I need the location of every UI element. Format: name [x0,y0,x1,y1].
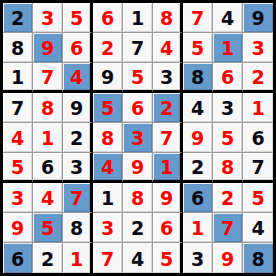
cell-digit: 7 [251,158,264,177]
cell-digit: 3 [191,250,204,269]
cell-digit: 4 [70,68,83,87]
cell-r8c7[interactable]: 1 [183,213,213,243]
cell-r8c8[interactable]: 7 [213,213,243,243]
cell-r9c7[interactable]: 3 [183,243,213,273]
cell-r5c1[interactable]: 4 [3,123,33,153]
cell-r5c8[interactable]: 5 [213,123,243,153]
cell-digit: 8 [11,39,24,58]
cell-digit: 3 [160,68,173,87]
cell-digit: 5 [221,129,234,148]
sudoku-board: 2356187498962745131749538627895624314128… [0,0,276,276]
cell-digit: 9 [221,250,234,269]
cell-r5c6[interactable]: 7 [153,123,183,153]
cell-digit: 2 [41,250,54,269]
cell-digit: 9 [41,39,54,58]
cell-digit: 6 [70,39,83,58]
cell-digit: 1 [191,219,204,238]
cell-r1c8[interactable]: 4 [213,3,243,33]
cell-digit: 5 [101,99,114,118]
cell-r3c9[interactable]: 2 [243,63,273,93]
cell-digit: 3 [131,129,144,148]
cell-r6c7[interactable]: 2 [183,153,213,183]
cell-r3c3[interactable]: 4 [63,63,93,93]
cell-r4c5[interactable]: 6 [123,93,153,123]
cell-digit: 2 [191,158,204,177]
cell-digit: 7 [131,39,144,58]
cell-r3c8[interactable]: 6 [213,63,243,93]
cell-r1c1[interactable]: 2 [3,3,33,33]
cell-digit: 1 [101,189,114,208]
cell-r8c9[interactable]: 4 [243,213,273,243]
cell-digit: 4 [131,250,144,269]
cell-digit: 4 [221,9,234,28]
cell-digit: 3 [41,9,54,28]
cell-digit: 1 [70,250,83,269]
cell-r8c4[interactable]: 3 [93,213,123,243]
cell-r5c3[interactable]: 2 [63,123,93,153]
cell-r5c9[interactable]: 6 [243,123,273,153]
cell-r7c8[interactable]: 2 [213,183,243,213]
cell-r9c6[interactable]: 5 [153,243,183,273]
cell-r6c9[interactable]: 7 [243,153,273,183]
cell-r4c7[interactable]: 4 [183,93,213,123]
cell-r8c5[interactable]: 2 [123,213,153,243]
cell-digit: 8 [131,189,144,208]
cell-r6c6[interactable]: 1 [153,153,183,183]
cell-digit: 2 [131,219,144,238]
cell-digit: 1 [11,68,24,87]
cell-digit: 1 [131,9,144,28]
cell-digit: 2 [160,99,173,118]
cell-r6c4[interactable]: 4 [93,153,123,183]
cell-digit: 3 [251,39,264,58]
cell-digit: 4 [160,39,173,58]
cell-r7c7[interactable]: 6 [183,183,213,213]
cell-r9c8[interactable]: 9 [213,243,243,273]
cell-r1c5[interactable]: 1 [123,3,153,33]
cell-r3c2[interactable]: 7 [33,63,63,93]
cell-digit: 4 [11,129,24,148]
cell-digit: 9 [191,129,204,148]
cell-r4c2[interactable]: 8 [33,93,63,123]
cell-digit: 7 [41,68,54,87]
cell-digit: 8 [70,219,83,238]
cell-digit: 3 [221,99,234,118]
cell-digit: 4 [191,99,204,118]
cell-digit: 8 [101,129,114,148]
cell-digit: 2 [101,39,114,58]
cell-r2c3[interactable]: 6 [63,33,93,63]
cell-digit: 6 [191,189,204,208]
cell-digit: 7 [101,250,114,269]
cell-r7c6[interactable]: 9 [153,183,183,213]
cell-r7c1[interactable]: 3 [3,183,33,213]
cell-r9c2[interactable]: 2 [33,243,63,273]
cell-r1c6[interactable]: 8 [153,3,183,33]
cell-r2c8[interactable]: 1 [213,33,243,63]
cell-digit: 6 [131,99,144,118]
cell-digit: 8 [251,250,264,269]
cell-digit: 5 [11,158,24,177]
cell-digit: 5 [70,9,83,28]
cell-r3c1[interactable]: 1 [3,63,33,93]
cell-digit: 5 [251,189,264,208]
cell-digit: 7 [70,189,83,208]
cell-r6c5[interactable]: 9 [123,153,153,183]
cell-digit: 6 [11,250,24,269]
cell-digit: 3 [101,219,114,238]
cell-digit: 3 [70,158,83,177]
cell-r6c2[interactable]: 6 [33,153,63,183]
cell-digit: 9 [251,9,264,28]
cell-r2c5[interactable]: 7 [123,33,153,63]
cell-digit: 8 [41,99,54,118]
cell-r7c4[interactable]: 1 [93,183,123,213]
cell-r4c4[interactable]: 5 [93,93,123,123]
cell-r9c5[interactable]: 4 [123,243,153,273]
cell-r5c5[interactable]: 3 [123,123,153,153]
cell-r1c3[interactable]: 5 [63,3,93,33]
cell-r7c3[interactable]: 7 [63,183,93,213]
cell-r1c9[interactable]: 9 [243,3,273,33]
cell-digit: 2 [70,129,83,148]
cell-digit: 7 [160,129,173,148]
cell-r8c6[interactable]: 6 [153,213,183,243]
cell-r2c9[interactable]: 3 [243,33,273,63]
cell-r4c6[interactable]: 2 [153,93,183,123]
cell-r8c3[interactable]: 8 [63,213,93,243]
cell-digit: 5 [160,250,173,269]
cell-r6c1[interactable]: 5 [3,153,33,183]
cell-r7c9[interactable]: 5 [243,183,273,213]
cell-digit: 6 [41,158,54,177]
cell-digit: 7 [191,9,204,28]
cell-r7c5[interactable]: 8 [123,183,153,213]
cell-digit: 8 [160,9,173,28]
cell-r3c7[interactable]: 8 [183,63,213,93]
cell-r1c4[interactable]: 6 [93,3,123,33]
cell-r3c5[interactable]: 5 [123,63,153,93]
cell-digit: 5 [41,219,54,238]
cell-digit: 2 [251,68,264,87]
cell-digit: 5 [131,68,144,87]
cell-digit: 7 [221,219,234,238]
cell-digit: 9 [160,189,173,208]
cell-r8c1[interactable]: 9 [3,213,33,243]
cell-r6c3[interactable]: 3 [63,153,93,183]
cell-digit: 9 [11,219,24,238]
cell-r4c8[interactable]: 3 [213,93,243,123]
cell-digit: 5 [191,39,204,58]
cell-digit: 4 [41,189,54,208]
cell-r3c4[interactable]: 9 [93,63,123,93]
cell-digit: 9 [131,158,144,177]
cell-digit: 8 [221,158,234,177]
cell-digit: 8 [191,68,204,87]
cell-r2c6[interactable]: 4 [153,33,183,63]
cell-r1c2[interactable]: 3 [33,3,63,33]
cell-r2c2[interactable]: 9 [33,33,63,63]
cell-r7c2[interactable]: 4 [33,183,63,213]
cell-digit: 6 [221,68,234,87]
cell-r1c7[interactable]: 7 [183,3,213,33]
cell-digit: 4 [101,158,114,177]
cell-r9c1[interactable]: 6 [3,243,33,273]
cell-r5c2[interactable]: 1 [33,123,63,153]
cell-r4c1[interactable]: 7 [3,93,33,123]
cell-r4c9[interactable]: 1 [243,93,273,123]
cell-digit: 1 [221,39,234,58]
cell-r2c4[interactable]: 2 [93,33,123,63]
cell-digit: 9 [70,99,83,118]
cell-r2c1[interactable]: 8 [3,33,33,63]
cell-digit: 2 [11,9,24,28]
cell-digit: 7 [11,99,24,118]
cell-r5c7[interactable]: 9 [183,123,213,153]
cell-r6c8[interactable]: 8 [213,153,243,183]
cell-digit: 2 [221,189,234,208]
cell-digit: 4 [251,219,264,238]
cell-digit: 9 [101,68,114,87]
cell-digit: 6 [160,219,173,238]
cell-r3c6[interactable]: 3 [153,63,183,93]
cell-digit: 1 [160,158,173,177]
cell-r4c3[interactable]: 9 [63,93,93,123]
cell-digit: 6 [101,9,114,28]
cell-r9c4[interactable]: 7 [93,243,123,273]
cell-r2c7[interactable]: 5 [183,33,213,63]
cell-r5c4[interactable]: 8 [93,123,123,153]
cell-digit: 1 [41,129,54,148]
cell-r8c2[interactable]: 5 [33,213,63,243]
cell-r9c9[interactable]: 8 [243,243,273,273]
cell-digit: 1 [251,99,264,118]
cell-digit: 3 [11,189,24,208]
cell-digit: 6 [251,129,264,148]
cell-r9c3[interactable]: 1 [63,243,93,273]
